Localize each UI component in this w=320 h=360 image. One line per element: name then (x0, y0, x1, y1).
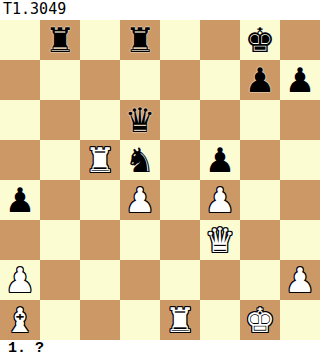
square-g1[interactable]: ♚ (240, 300, 280, 340)
square-f2[interactable] (200, 260, 240, 300)
square-f6[interactable] (200, 100, 240, 140)
piece-white-rook[interactable]: ♜ (85, 140, 115, 180)
square-c6[interactable] (80, 100, 120, 140)
square-b8[interactable]: ♜ (40, 20, 80, 60)
piece-black-rook[interactable]: ♜ (45, 20, 75, 60)
square-g8[interactable]: ♚ (240, 20, 280, 60)
square-d8[interactable]: ♜ (120, 20, 160, 60)
square-h5[interactable] (280, 140, 320, 180)
piece-black-pawn[interactable]: ♟ (205, 140, 235, 180)
square-h8[interactable] (280, 20, 320, 60)
square-f1[interactable] (200, 300, 240, 340)
square-g2[interactable] (240, 260, 280, 300)
square-g4[interactable] (240, 180, 280, 220)
square-a2[interactable]: ♟ (0, 260, 40, 300)
piece-black-king[interactable]: ♚ (245, 20, 275, 60)
square-g5[interactable] (240, 140, 280, 180)
square-h4[interactable] (280, 180, 320, 220)
square-f8[interactable] (200, 20, 240, 60)
square-e4[interactable] (160, 180, 200, 220)
square-c4[interactable] (80, 180, 120, 220)
square-c2[interactable] (80, 260, 120, 300)
square-c7[interactable] (80, 60, 120, 100)
square-h6[interactable] (280, 100, 320, 140)
square-f3[interactable]: ♛ (200, 220, 240, 260)
piece-white-pawn[interactable]: ♟ (205, 180, 235, 220)
square-e5[interactable] (160, 140, 200, 180)
square-a4[interactable]: ♟ (0, 180, 40, 220)
square-f4[interactable]: ♟ (200, 180, 240, 220)
piece-white-queen[interactable]: ♛ (205, 220, 235, 260)
piece-white-king[interactable]: ♚ (245, 300, 275, 340)
piece-white-bishop[interactable]: ♝ (5, 300, 35, 340)
square-a3[interactable] (0, 220, 40, 260)
move-prompt: 1. ? (0, 340, 320, 360)
puzzle-title: T1.3049 (0, 0, 320, 20)
square-e3[interactable] (160, 220, 200, 260)
square-a5[interactable] (0, 140, 40, 180)
piece-black-knight[interactable]: ♞ (125, 140, 155, 180)
square-e6[interactable] (160, 100, 200, 140)
piece-black-pawn[interactable]: ♟ (245, 60, 275, 100)
piece-white-rook[interactable]: ♜ (165, 300, 195, 340)
square-b1[interactable] (40, 300, 80, 340)
piece-white-pawn[interactable]: ♟ (5, 260, 35, 300)
piece-white-pawn[interactable]: ♟ (285, 260, 315, 300)
square-d5[interactable]: ♞ (120, 140, 160, 180)
piece-black-rook[interactable]: ♜ (125, 20, 155, 60)
square-b3[interactable] (40, 220, 80, 260)
square-h3[interactable] (280, 220, 320, 260)
square-d7[interactable] (120, 60, 160, 100)
square-e1[interactable]: ♜ (160, 300, 200, 340)
piece-white-pawn[interactable]: ♟ (125, 180, 155, 220)
square-c5[interactable]: ♜ (80, 140, 120, 180)
square-a1[interactable]: ♝ (0, 300, 40, 340)
piece-black-pawn[interactable]: ♟ (285, 60, 315, 100)
square-c1[interactable] (80, 300, 120, 340)
square-h1[interactable] (280, 300, 320, 340)
square-d1[interactable] (120, 300, 160, 340)
square-h2[interactable]: ♟ (280, 260, 320, 300)
piece-black-pawn[interactable]: ♟ (5, 180, 35, 220)
chess-board: ♜♜♚♟♟♛♜♞♟♟♟♟♛♟♟♝♜♚ (0, 20, 320, 340)
square-a8[interactable] (0, 20, 40, 60)
square-g3[interactable] (240, 220, 280, 260)
square-b7[interactable] (40, 60, 80, 100)
square-f7[interactable] (200, 60, 240, 100)
square-b6[interactable] (40, 100, 80, 140)
square-c8[interactable] (80, 20, 120, 60)
square-b4[interactable] (40, 180, 80, 220)
square-a6[interactable] (0, 100, 40, 140)
square-d4[interactable]: ♟ (120, 180, 160, 220)
square-d2[interactable] (120, 260, 160, 300)
square-d6[interactable]: ♛ (120, 100, 160, 140)
square-b5[interactable] (40, 140, 80, 180)
square-e7[interactable] (160, 60, 200, 100)
square-g6[interactable] (240, 100, 280, 140)
square-c3[interactable] (80, 220, 120, 260)
square-b2[interactable] (40, 260, 80, 300)
square-d3[interactable] (120, 220, 160, 260)
square-h7[interactable]: ♟ (280, 60, 320, 100)
square-e2[interactable] (160, 260, 200, 300)
square-f5[interactable]: ♟ (200, 140, 240, 180)
square-g7[interactable]: ♟ (240, 60, 280, 100)
piece-black-queen[interactable]: ♛ (125, 100, 155, 140)
square-a7[interactable] (0, 60, 40, 100)
square-e8[interactable] (160, 20, 200, 60)
puzzle-page: T1.3049 ♜♜♚♟♟♛♜♞♟♟♟♟♛♟♟♝♜♚ 1. ? (0, 0, 320, 360)
